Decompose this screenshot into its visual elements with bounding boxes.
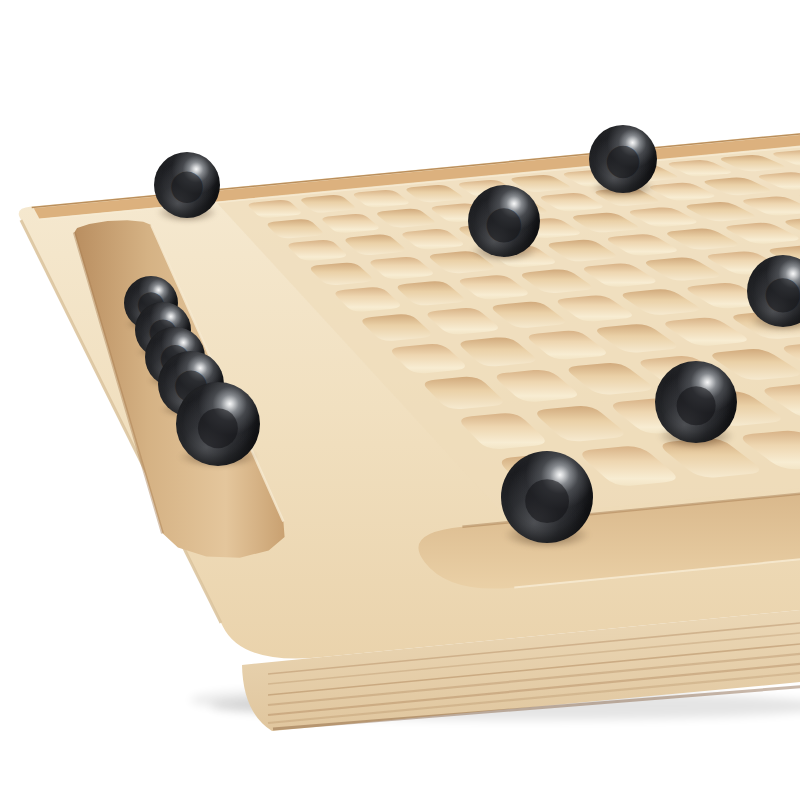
hematite-marble-m5[interactable]: ● [655, 361, 737, 443]
hematite-marble-m6[interactable]: ● [501, 451, 593, 543]
hematite-marble-m1[interactable]: ● [154, 152, 220, 218]
stone-glyph: ● [501, 451, 593, 543]
hematite-marble-m3[interactable]: ● [468, 185, 540, 257]
stone-glyph: ● [176, 382, 260, 466]
hematite-marble-m4[interactable]: ● [747, 255, 800, 327]
board-game-photo: ●●●●●●●●●●● [0, 0, 800, 800]
hematite-marble-t5[interactable]: ● [176, 382, 260, 466]
stone-glyph: ● [468, 185, 540, 257]
stone-glyph: ● [589, 125, 657, 193]
stone-glyph: ● [154, 152, 220, 218]
stone-glyph: ● [655, 361, 737, 443]
hematite-marble-m2[interactable]: ● [589, 125, 657, 193]
stone-glyph: ● [747, 255, 800, 327]
pieces-layer: ●●●●●●●●●●● [0, 0, 800, 800]
